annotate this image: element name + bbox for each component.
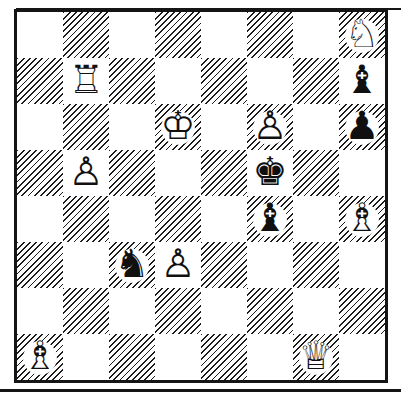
white-pawn-piece: ♙	[69, 149, 104, 195]
white-bishop-piece: ♗	[23, 333, 58, 379]
square-a5[interactable]	[17, 150, 63, 196]
square-f2[interactable]	[247, 288, 293, 334]
square-g8[interactable]	[293, 12, 339, 58]
square-h4[interactable]: ♗	[339, 196, 385, 242]
white-pawn-piece: ♙	[161, 241, 196, 287]
square-b1[interactable]	[63, 334, 109, 380]
square-e6[interactable]	[201, 104, 247, 150]
square-g6[interactable]	[293, 104, 339, 150]
square-c5[interactable]	[109, 150, 155, 196]
square-h1[interactable]	[339, 334, 385, 380]
black-pawn-piece: ♟	[345, 103, 380, 149]
printed-chess-diagram: ♘♖♝♔♙♟♙♚♝♗♞♙♗♕	[0, 0, 401, 395]
black-king-piece: ♚	[253, 149, 288, 195]
square-h3[interactable]	[339, 242, 385, 288]
square-c3[interactable]: ♞	[109, 242, 155, 288]
square-f1[interactable]	[247, 334, 293, 380]
square-a2[interactable]	[17, 288, 63, 334]
square-a4[interactable]	[17, 196, 63, 242]
square-c6[interactable]	[109, 104, 155, 150]
square-a1[interactable]: ♗	[17, 334, 63, 380]
square-g2[interactable]	[293, 288, 339, 334]
square-b5[interactable]: ♙	[63, 150, 109, 196]
square-h7[interactable]: ♝	[339, 58, 385, 104]
square-f5[interactable]: ♚	[247, 150, 293, 196]
black-bishop-piece: ♝	[253, 195, 288, 241]
board-frame: ♘♖♝♔♙♟♙♚♝♗♞♙♗♕	[14, 9, 388, 383]
square-f8[interactable]	[247, 12, 293, 58]
square-c2[interactable]	[109, 288, 155, 334]
square-c7[interactable]	[109, 58, 155, 104]
square-b3[interactable]	[63, 242, 109, 288]
square-a7[interactable]	[17, 58, 63, 104]
black-knight-piece: ♞	[115, 241, 150, 287]
square-e8[interactable]	[201, 12, 247, 58]
white-queen-piece: ♕	[299, 333, 334, 379]
white-pawn-piece: ♙	[253, 103, 288, 149]
chess-board: ♘♖♝♔♙♟♙♚♝♗♞♙♗♕	[17, 12, 385, 380]
square-a3[interactable]	[17, 242, 63, 288]
square-h8[interactable]: ♘	[339, 12, 385, 58]
square-d8[interactable]	[155, 12, 201, 58]
square-b8[interactable]	[63, 12, 109, 58]
square-d6[interactable]: ♔	[155, 104, 201, 150]
square-f4[interactable]: ♝	[247, 196, 293, 242]
square-b6[interactable]	[63, 104, 109, 150]
square-g7[interactable]	[293, 58, 339, 104]
square-e3[interactable]	[201, 242, 247, 288]
square-e2[interactable]	[201, 288, 247, 334]
square-f6[interactable]: ♙	[247, 104, 293, 150]
square-e1[interactable]	[201, 334, 247, 380]
white-bishop-piece: ♗	[345, 195, 380, 241]
square-d7[interactable]	[155, 58, 201, 104]
square-f7[interactable]	[247, 58, 293, 104]
square-d4[interactable]	[155, 196, 201, 242]
square-f3[interactable]	[247, 242, 293, 288]
square-g4[interactable]	[293, 196, 339, 242]
square-e5[interactable]	[201, 150, 247, 196]
square-h2[interactable]	[339, 288, 385, 334]
square-d2[interactable]	[155, 288, 201, 334]
square-c8[interactable]	[109, 12, 155, 58]
square-d3[interactable]: ♙	[155, 242, 201, 288]
bottom-rule-line	[0, 389, 401, 392]
square-h6[interactable]: ♟	[339, 104, 385, 150]
square-h5[interactable]	[339, 150, 385, 196]
square-d1[interactable]	[155, 334, 201, 380]
square-a6[interactable]	[17, 104, 63, 150]
square-b4[interactable]	[63, 196, 109, 242]
black-bishop-piece: ♝	[345, 57, 380, 103]
square-g5[interactable]	[293, 150, 339, 196]
square-c4[interactable]	[109, 196, 155, 242]
square-e7[interactable]	[201, 58, 247, 104]
square-e4[interactable]	[201, 196, 247, 242]
square-c1[interactable]	[109, 334, 155, 380]
white-king-piece: ♔	[161, 103, 196, 149]
square-g1[interactable]: ♕	[293, 334, 339, 380]
square-d5[interactable]	[155, 150, 201, 196]
square-a8[interactable]	[17, 12, 63, 58]
white-knight-piece: ♘	[345, 11, 380, 57]
square-g3[interactable]	[293, 242, 339, 288]
square-b2[interactable]	[63, 288, 109, 334]
square-b7[interactable]: ♖	[63, 58, 109, 104]
white-rook-piece: ♖	[69, 57, 104, 103]
